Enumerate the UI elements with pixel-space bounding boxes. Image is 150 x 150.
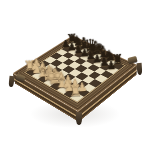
square-h1: ♜: [70, 93, 83, 102]
chess-board: ♜♞♝♛♚♝♞♜♟♟♟♟♟♟♟♟♟♟♟♟♟♟♟♟♜♞♝♛♚♝♞♜: [13, 36, 137, 112]
board-foot-near: [76, 112, 82, 125]
square-h7: ♟: [106, 66, 118, 74]
piece-black-pawn-h7: ♟: [100, 59, 123, 72]
piece-white-rook-h1: ♜: [63, 83, 88, 99]
board-foot-right: [137, 63, 143, 75]
chess-set-photo: ♜♞♝♛♚♝♞♜♟♟♟♟♟♟♟♟♟♟♟♟♟♟♟♟♜♞♝♛♚♝♞♜: [0, 0, 150, 150]
